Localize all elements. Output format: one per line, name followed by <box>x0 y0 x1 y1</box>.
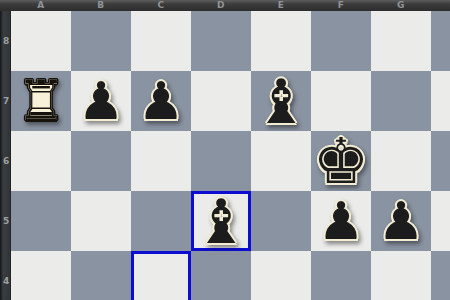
square-b8[interactable] <box>71 11 131 71</box>
black-bishop-glyph: ♝ <box>251 71 311 131</box>
square-c8[interactable] <box>131 11 191 71</box>
square-a6[interactable] <box>11 131 71 191</box>
piece-black-pawn-c7[interactable]: ♟ <box>131 71 191 131</box>
square-e6[interactable] <box>251 131 311 191</box>
chess-app-screen: ♜♖♟♟♝♚♝♟♟ 87654 ABCDEFG <box>0 0 450 300</box>
square-a5[interactable] <box>11 191 71 251</box>
square-h8[interactable] <box>431 11 450 71</box>
square-c7[interactable]: ♟ <box>131 71 191 131</box>
square-g5[interactable]: ♟ <box>371 191 431 251</box>
square-g6[interactable] <box>371 131 431 191</box>
square-d5[interactable]: ♝ <box>191 191 251 251</box>
square-g8[interactable] <box>371 11 431 71</box>
rank-label-6: 6 <box>3 156 9 166</box>
square-e4[interactable] <box>251 251 311 300</box>
piece-black-bishop-e7[interactable]: ♝ <box>251 71 311 131</box>
square-e8[interactable] <box>251 11 311 71</box>
black-pawn-glyph: ♟ <box>71 71 131 131</box>
square-b5[interactable] <box>71 191 131 251</box>
black-pawn-glyph: ♟ <box>371 191 431 251</box>
file-label-g: G <box>397 0 405 11</box>
square-g4[interactable] <box>371 251 431 300</box>
square-f7[interactable] <box>311 71 371 131</box>
square-d8[interactable] <box>191 11 251 71</box>
square-e5[interactable] <box>251 191 311 251</box>
square-a8[interactable] <box>11 11 71 71</box>
file-label-c: C <box>157 0 164 11</box>
square-b6[interactable] <box>71 131 131 191</box>
rank-label-8: 8 <box>3 36 9 46</box>
file-label-f: F <box>338 0 345 11</box>
piece-black-pawn-f5[interactable]: ♟ <box>311 191 371 251</box>
rank-label-4: 4 <box>3 276 9 286</box>
rank-labels-bar: 87654 <box>0 0 11 300</box>
square-a4[interactable] <box>11 251 71 300</box>
square-g7[interactable] <box>371 71 431 131</box>
square-c6[interactable] <box>131 131 191 191</box>
square-h7[interactable] <box>431 71 450 131</box>
square-d7[interactable] <box>191 71 251 131</box>
black-bishop-glyph: ♝ <box>191 191 251 251</box>
chess-board: ♜♖♟♟♝♚♝♟♟ <box>11 11 450 300</box>
square-e7[interactable]: ♝ <box>251 71 311 131</box>
square-d4[interactable] <box>191 251 251 300</box>
square-h4[interactable] <box>431 251 450 300</box>
white-rook-outline-glyph: ♖ <box>11 71 71 131</box>
file-label-b: B <box>97 0 104 11</box>
file-label-d: D <box>217 0 225 11</box>
square-a7[interactable]: ♜♖ <box>11 71 71 131</box>
square-f5[interactable]: ♟ <box>311 191 371 251</box>
piece-black-bishop-d5[interactable]: ♝ <box>191 191 251 251</box>
square-c4[interactable] <box>131 251 191 300</box>
black-pawn-glyph: ♟ <box>131 71 191 131</box>
file-label-e: E <box>278 0 285 11</box>
square-b4[interactable] <box>71 251 131 300</box>
square-f6[interactable]: ♚ <box>311 131 371 191</box>
rank-label-7: 7 <box>3 96 9 106</box>
square-h5[interactable] <box>431 191 450 251</box>
square-d6[interactable] <box>191 131 251 191</box>
square-h6[interactable] <box>431 131 450 191</box>
file-labels-bar: ABCDEFG <box>0 0 450 11</box>
piece-black-king-f6[interactable]: ♚ <box>311 131 371 191</box>
black-pawn-glyph: ♟ <box>311 191 371 251</box>
square-c5[interactable] <box>131 191 191 251</box>
square-f4[interactable] <box>311 251 371 300</box>
square-f8[interactable] <box>311 11 371 71</box>
file-label-a: A <box>37 0 44 11</box>
square-b7[interactable]: ♟ <box>71 71 131 131</box>
black-king-glyph: ♚ <box>311 131 371 191</box>
piece-black-pawn-g5[interactable]: ♟ <box>371 191 431 251</box>
piece-black-pawn-b7[interactable]: ♟ <box>71 71 131 131</box>
rank-label-5: 5 <box>3 216 9 226</box>
piece-white-rook-a7[interactable]: ♜♖ <box>11 71 71 131</box>
